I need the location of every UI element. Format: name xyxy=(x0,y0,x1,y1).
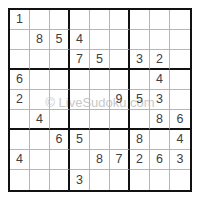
cell-r8c2[interactable] xyxy=(30,150,50,170)
cell-r5c8[interactable]: 3 xyxy=(150,90,170,110)
cell-r1c9[interactable] xyxy=(170,10,190,30)
cell-r4c2[interactable] xyxy=(30,70,50,90)
cell-r9c5[interactable] xyxy=(90,170,110,190)
cell-r3c2[interactable] xyxy=(30,50,50,70)
cell-r5c4[interactable] xyxy=(70,90,90,110)
cell-r4c9[interactable] xyxy=(170,70,190,90)
cell-r1c3[interactable] xyxy=(50,10,70,30)
cell-r5c7[interactable]: 5 xyxy=(130,90,150,110)
cell-r1c1[interactable]: 1 xyxy=(10,10,30,30)
cell-r1c4[interactable] xyxy=(70,10,90,30)
cell-r2c5[interactable] xyxy=(90,30,110,50)
cell-r6c9[interactable]: 6 xyxy=(170,110,190,130)
sudoku-board: © LiveSudoku.com 18547532642953486658448… xyxy=(8,8,192,192)
cell-r4c5[interactable] xyxy=(90,70,110,90)
cell-r3c3[interactable] xyxy=(50,50,70,70)
cell-r6c6[interactable] xyxy=(110,110,130,130)
cell-r8c9[interactable]: 3 xyxy=(170,150,190,170)
cell-r6c8[interactable]: 8 xyxy=(150,110,170,130)
cell-r5c6[interactable]: 9 xyxy=(110,90,130,110)
cell-r6c7[interactable] xyxy=(130,110,150,130)
cell-r9c4[interactable]: 3 xyxy=(70,170,90,190)
cell-r6c5[interactable] xyxy=(90,110,110,130)
cell-r5c9[interactable] xyxy=(170,90,190,110)
cell-r8c6[interactable]: 7 xyxy=(110,150,130,170)
cell-r7c9[interactable]: 4 xyxy=(170,130,190,150)
cell-r7c2[interactable] xyxy=(30,130,50,150)
cell-r2c4[interactable]: 4 xyxy=(70,30,90,50)
cell-r4c7[interactable] xyxy=(130,70,150,90)
cell-r9c2[interactable] xyxy=(30,170,50,190)
sudoku-grid: 1854753264295348665844872633 xyxy=(10,10,190,190)
cell-r3c9[interactable] xyxy=(170,50,190,70)
cell-r7c3[interactable]: 6 xyxy=(50,130,70,150)
cell-r8c5[interactable]: 8 xyxy=(90,150,110,170)
cell-r4c8[interactable]: 4 xyxy=(150,70,170,90)
cell-r7c4[interactable]: 5 xyxy=(70,130,90,150)
cell-r1c6[interactable] xyxy=(110,10,130,30)
cell-r3c4[interactable]: 7 xyxy=(70,50,90,70)
cell-r9c3[interactable] xyxy=(50,170,70,190)
cell-r7c5[interactable] xyxy=(90,130,110,150)
cell-r2c9[interactable] xyxy=(170,30,190,50)
cell-r9c9[interactable] xyxy=(170,170,190,190)
cell-r9c8[interactable] xyxy=(150,170,170,190)
cell-r4c1[interactable]: 6 xyxy=(10,70,30,90)
cell-r2c2[interactable]: 8 xyxy=(30,30,50,50)
cell-r2c6[interactable] xyxy=(110,30,130,50)
cell-r8c1[interactable]: 4 xyxy=(10,150,30,170)
cell-r3c6[interactable] xyxy=(110,50,130,70)
cell-r7c6[interactable] xyxy=(110,130,130,150)
cell-r8c7[interactable]: 2 xyxy=(130,150,150,170)
cell-r5c1[interactable]: 2 xyxy=(10,90,30,110)
cell-r3c7[interactable]: 3 xyxy=(130,50,150,70)
cell-r3c1[interactable] xyxy=(10,50,30,70)
cell-r2c7[interactable] xyxy=(130,30,150,50)
cell-r8c8[interactable]: 6 xyxy=(150,150,170,170)
cell-r5c2[interactable] xyxy=(30,90,50,110)
cell-r4c4[interactable] xyxy=(70,70,90,90)
cell-r9c1[interactable] xyxy=(10,170,30,190)
cell-r3c5[interactable]: 5 xyxy=(90,50,110,70)
cell-r4c3[interactable] xyxy=(50,70,70,90)
cell-r1c5[interactable] xyxy=(90,10,110,30)
cell-r3c8[interactable]: 2 xyxy=(150,50,170,70)
cell-r2c8[interactable] xyxy=(150,30,170,50)
cell-r1c2[interactable] xyxy=(30,10,50,30)
cell-r9c6[interactable] xyxy=(110,170,130,190)
cell-r8c4[interactable] xyxy=(70,150,90,170)
cell-r1c7[interactable] xyxy=(130,10,150,30)
cell-r5c5[interactable] xyxy=(90,90,110,110)
cell-r8c3[interactable] xyxy=(50,150,70,170)
cell-r7c1[interactable] xyxy=(10,130,30,150)
cell-r6c4[interactable] xyxy=(70,110,90,130)
cell-r6c2[interactable]: 4 xyxy=(30,110,50,130)
cell-r1c8[interactable] xyxy=(150,10,170,30)
cell-r9c7[interactable] xyxy=(130,170,150,190)
cell-r4c6[interactable] xyxy=(110,70,130,90)
cell-r2c3[interactable]: 5 xyxy=(50,30,70,50)
cell-r2c1[interactable] xyxy=(10,30,30,50)
cell-r7c8[interactable] xyxy=(150,130,170,150)
cell-r6c1[interactable] xyxy=(10,110,30,130)
cell-r7c7[interactable]: 8 xyxy=(130,130,150,150)
cell-r5c3[interactable] xyxy=(50,90,70,110)
cell-r6c3[interactable] xyxy=(50,110,70,130)
